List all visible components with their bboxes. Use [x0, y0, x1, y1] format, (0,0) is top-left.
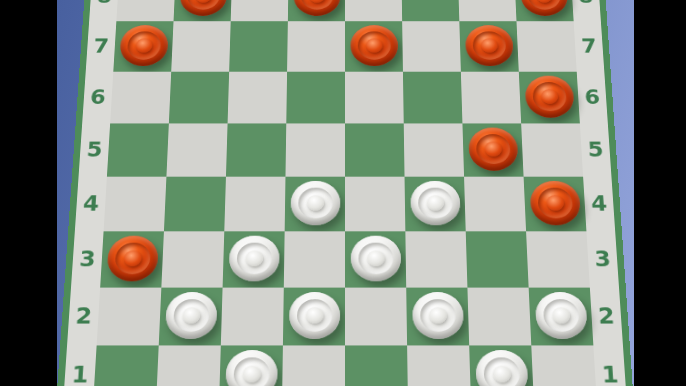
letterbox-right: [634, 0, 686, 386]
square-g2[interactable]: [467, 288, 531, 346]
checker-center-dome: [492, 366, 511, 383]
rank-label-7: 7: [86, 21, 117, 71]
white-checker-f4[interactable]: [410, 181, 460, 225]
square-a4[interactable]: [104, 177, 167, 232]
square-c8[interactable]: [231, 0, 289, 21]
square-g1[interactable]: [469, 345, 534, 386]
square-a1[interactable]: [93, 345, 159, 386]
red-checker-a7[interactable]: [119, 25, 169, 66]
square-e8[interactable]: [345, 0, 402, 21]
square-a5[interactable]: [107, 123, 169, 176]
square-f4[interactable]: [405, 177, 466, 232]
checker-center-dome: [480, 38, 497, 52]
white-checker-f2[interactable]: [412, 292, 464, 339]
checker-center-dome: [428, 307, 446, 323]
square-h6[interactable]: [519, 72, 580, 124]
square-f7[interactable]: [402, 21, 461, 71]
square-f2[interactable]: [406, 288, 469, 346]
square-e4[interactable]: [345, 177, 405, 232]
red-checker-e7[interactable]: [350, 25, 398, 66]
square-b8[interactable]: [174, 0, 233, 21]
square-g6[interactable]: [461, 72, 521, 124]
square-c6[interactable]: [228, 72, 288, 124]
square-g3[interactable]: [466, 231, 529, 287]
red-checker-h4[interactable]: [529, 181, 581, 225]
white-checker-c3[interactable]: [228, 236, 279, 282]
red-checker-h8[interactable]: [519, 0, 568, 16]
square-d4[interactable]: [285, 177, 345, 232]
white-checker-b2[interactable]: [164, 292, 217, 339]
square-b2[interactable]: [159, 288, 223, 346]
red-checker-g5[interactable]: [468, 128, 518, 171]
letterbox-left: [0, 0, 57, 386]
square-g5[interactable]: [462, 123, 523, 176]
white-checker-c1[interactable]: [225, 350, 278, 386]
rank-label-4: 4: [583, 177, 615, 232]
rank-label-6: 6: [577, 72, 608, 124]
square-g4[interactable]: [464, 177, 526, 232]
square-h8[interactable]: [514, 0, 573, 21]
square-a3[interactable]: [100, 231, 164, 287]
square-e5[interactable]: [345, 123, 405, 176]
rank-label-5: 5: [79, 123, 111, 176]
square-h1[interactable]: [531, 345, 597, 386]
checker-center-dome: [540, 89, 557, 104]
checker-center-dome: [426, 195, 443, 210]
square-e6[interactable]: [345, 72, 404, 124]
square-h3[interactable]: [526, 231, 590, 287]
rank-label-3: 3: [71, 231, 104, 287]
red-checker-b8[interactable]: [179, 0, 227, 16]
square-d8[interactable]: [288, 0, 345, 21]
square-c7[interactable]: [229, 21, 288, 71]
square-f1[interactable]: [407, 345, 471, 386]
checker-center-dome: [546, 195, 564, 210]
square-a6[interactable]: [110, 72, 171, 124]
rank-label-2: 2: [590, 288, 623, 346]
square-c2[interactable]: [221, 288, 284, 346]
square-a2[interactable]: [97, 288, 162, 346]
square-h4[interactable]: [524, 177, 587, 232]
square-d7[interactable]: [287, 21, 345, 71]
square-g8[interactable]: [458, 0, 517, 21]
checker-center-dome: [484, 142, 501, 157]
checker-center-dome: [366, 38, 383, 52]
square-f5[interactable]: [404, 123, 464, 176]
rank-label-8: 8: [89, 0, 119, 21]
square-b4[interactable]: [164, 177, 226, 232]
rank-label-2: 2: [67, 288, 100, 346]
checker-center-dome: [306, 195, 323, 210]
white-checker-g1[interactable]: [475, 350, 528, 386]
rank-label-5: 5: [580, 123, 612, 176]
square-e3[interactable]: [345, 231, 406, 287]
square-b6[interactable]: [169, 72, 229, 124]
rank-label-7: 7: [574, 21, 605, 71]
white-checker-e3[interactable]: [350, 236, 401, 282]
checkers-game-screen: 87654321 87654321: [0, 0, 686, 386]
rank-label-1: 1: [593, 345, 627, 386]
rank-label-4: 4: [75, 177, 107, 232]
rank-label-6: 6: [82, 72, 113, 124]
square-f6[interactable]: [403, 72, 463, 124]
rank-label-3: 3: [586, 231, 619, 287]
square-b5[interactable]: [166, 123, 227, 176]
square-b1[interactable]: [156, 345, 221, 386]
red-checker-h6[interactable]: [524, 76, 574, 118]
square-b3[interactable]: [161, 231, 224, 287]
checker-center-dome: [552, 307, 570, 323]
square-h7[interactable]: [516, 21, 576, 71]
square-g7[interactable]: [459, 21, 518, 71]
square-c5[interactable]: [226, 123, 286, 176]
square-e2[interactable]: [345, 288, 407, 346]
white-checker-d4[interactable]: [290, 181, 340, 225]
square-c1[interactable]: [219, 345, 283, 386]
square-f8[interactable]: [401, 0, 459, 21]
board-3d-scene: 87654321 87654321: [0, 0, 686, 386]
board-squares: [93, 0, 597, 386]
square-e7[interactable]: [345, 21, 403, 71]
square-h2[interactable]: [529, 288, 594, 346]
checkers-board: 87654321 87654321: [56, 0, 634, 386]
red-checker-g7[interactable]: [464, 25, 513, 66]
rank-label-8: 8: [571, 0, 601, 21]
square-d2[interactable]: [283, 288, 345, 346]
checker-center-dome: [305, 307, 323, 323]
white-checker-h2[interactable]: [534, 292, 587, 339]
square-d5[interactable]: [285, 123, 345, 176]
red-checker-d8[interactable]: [293, 0, 340, 16]
checker-center-dome: [367, 250, 384, 266]
square-b7[interactable]: [171, 21, 230, 71]
square-c3[interactable]: [223, 231, 285, 287]
square-c4[interactable]: [224, 177, 285, 232]
square-d1[interactable]: [282, 345, 345, 386]
square-d3[interactable]: [284, 231, 345, 287]
rank-label-1: 1: [63, 345, 97, 386]
white-checker-d2[interactable]: [288, 292, 339, 339]
square-d6[interactable]: [286, 72, 345, 124]
square-a7[interactable]: [113, 21, 173, 71]
red-checker-a3[interactable]: [106, 236, 159, 282]
square-h5[interactable]: [521, 123, 583, 176]
square-a8[interactable]: [116, 0, 175, 21]
square-e1[interactable]: [345, 345, 408, 386]
square-f3[interactable]: [405, 231, 467, 287]
